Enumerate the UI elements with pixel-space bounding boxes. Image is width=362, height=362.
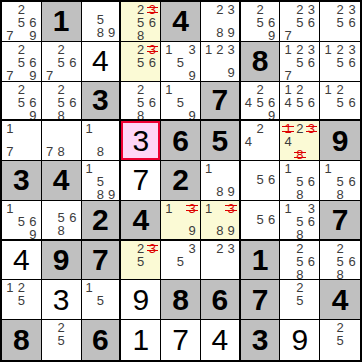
cell-r2c1[interactable]: 25679 (2, 42, 42, 82)
empty-mark (243, 16, 255, 29)
empty-mark (254, 29, 266, 42)
empty-mark (334, 29, 346, 39)
cell-r9c1[interactable]: 8 (2, 320, 42, 360)
pencil-marks: 78 (42, 121, 81, 160)
cell-r2c4[interactable]: 2356 (121, 42, 161, 82)
candidate-8: 8 (294, 228, 306, 241)
empty-mark (214, 56, 225, 66)
candidate-1: 1 (282, 43, 294, 56)
empty-mark (306, 83, 318, 96)
candidate-4: 4 (282, 135, 294, 148)
cell-r8c7[interactable]: 7 (241, 280, 281, 320)
cell-r6c8[interactable]: 13568 (280, 201, 320, 241)
candidate-8: 8 (334, 268, 346, 281)
candidate-9: 9 (106, 26, 117, 39)
candidate-5: 5 (95, 294, 106, 307)
candidate-6: 6 (147, 56, 159, 69)
empty-mark (203, 66, 214, 79)
candidate-9: 9 (225, 224, 236, 237)
cell-r7c5[interactable]: 35 (161, 241, 201, 281)
given-digit: 2 (92, 205, 109, 235)
pencil-marks: 56 (241, 161, 280, 200)
empty-mark (243, 3, 255, 16)
empty-mark (67, 347, 79, 358)
cell-r7c9[interactable]: 2568 (320, 241, 360, 281)
empty-mark (203, 242, 214, 255)
candidate-2: 2 (294, 83, 306, 96)
cell-r4c6[interactable]: 5 (201, 121, 241, 161)
empty-mark (44, 202, 56, 211)
empty-mark (282, 242, 294, 255)
cell-r3c4[interactable]: 2568 (121, 82, 161, 122)
empty-mark (55, 347, 67, 358)
pencil-marks: 1568 (320, 161, 360, 200)
pencil-marks: 2568 (42, 82, 81, 120)
candidate-1: 1 (282, 162, 294, 175)
empty-mark (123, 255, 135, 268)
cell-r9c6[interactable]: 4 (201, 320, 241, 360)
empty-mark (322, 255, 334, 268)
cell-r7c8[interactable]: 2568 (280, 241, 320, 281)
candidate-9: 9 (106, 188, 117, 201)
empty-mark (67, 83, 79, 96)
empty-mark (334, 347, 346, 358)
empty-mark (203, 26, 214, 39)
cell-r2c6[interactable]: 1239 (201, 42, 241, 82)
given-digit: 7 (252, 285, 269, 315)
empty-mark (306, 188, 318, 201)
eliminated-candidate-3: 3 (147, 242, 159, 255)
given-digit: 7 (92, 245, 109, 275)
cell-r3c2[interactable]: 2568 (42, 82, 82, 122)
cell-r8c3[interactable]: 15 (82, 280, 122, 320)
candidate-6: 6 (346, 56, 358, 69)
cell-r3c1[interactable]: 2569 (2, 82, 42, 122)
cell-r5c1[interactable]: 3 (2, 161, 42, 201)
cell-r7c4[interactable]: 235 (121, 241, 161, 281)
empty-mark (135, 268, 147, 278)
candidate-5: 5 (55, 56, 67, 69)
candidate-1: 1 (4, 122, 16, 135)
pencil-marks: 23567 (280, 2, 319, 41)
empty-mark (44, 321, 56, 334)
empty-mark (186, 268, 198, 278)
candidate-2: 2 (135, 83, 147, 96)
cell-r2c8[interactable]: 123567 (280, 42, 320, 82)
cell-r5c5[interactable]: 2 (161, 161, 201, 201)
cell-r9c9[interactable]: 25 (320, 320, 360, 360)
cell-r1c7[interactable]: 2569 (241, 2, 281, 42)
cell-r7c7[interactable]: 1 (241, 241, 281, 281)
candidate-2: 2 (294, 242, 306, 255)
cell-r9c7[interactable]: 3 (241, 320, 281, 360)
cell-r6c5[interactable]: 139 (161, 201, 201, 241)
pencil-marks: 1568 (280, 161, 319, 200)
candidate-5: 5 (16, 56, 28, 69)
cell-r9c3[interactable]: 6 (82, 320, 122, 360)
candidate-6: 6 (306, 16, 318, 29)
cell-r4c2[interactable]: 78 (42, 121, 82, 161)
empty-mark (4, 294, 16, 307)
empty-mark (123, 96, 135, 109)
candidate-2: 2 (334, 83, 346, 96)
cell-r4c3[interactable]: 18 (82, 121, 122, 161)
empty-mark (334, 109, 346, 118)
cell-r5c7[interactable]: 56 (241, 161, 281, 201)
cell-r1c5[interactable]: 4 (161, 2, 201, 42)
cell-r1c8[interactable]: 23567 (280, 2, 320, 42)
empty-mark (282, 228, 294, 241)
candidate-6: 6 (147, 16, 159, 29)
empty-mark (306, 294, 318, 307)
cell-r8c5[interactable]: 8 (161, 280, 201, 320)
candidate-1: 1 (203, 202, 214, 215)
empty-mark (322, 96, 334, 109)
empty-mark (67, 109, 79, 122)
empty-mark (334, 69, 346, 79)
candidate-6: 6 (147, 96, 159, 109)
empty-mark (44, 347, 56, 358)
pencil-marks: 25 (320, 320, 360, 360)
candidate-3: 3 (225, 242, 236, 255)
cell-r6c1[interactable]: 1569 (2, 201, 42, 241)
given-digit: 6 (172, 126, 189, 156)
cell-r1c9[interactable]: 2356 (320, 2, 360, 42)
cell-r1c6[interactable]: 2389 (201, 2, 241, 42)
empty-mark (322, 109, 334, 118)
empty-mark (346, 321, 358, 334)
empty-mark (84, 135, 95, 145)
empty-mark (123, 268, 135, 278)
candidate-9: 9 (27, 109, 39, 122)
cell-r8c2[interactable]: 3 (42, 280, 82, 320)
given-digit: 1 (53, 6, 70, 36)
empty-mark (16, 69, 28, 82)
empty-mark (282, 109, 294, 118)
empty-mark (306, 268, 318, 281)
empty-mark (16, 135, 28, 145)
pencil-marks: 25 (42, 320, 81, 360)
pencil-marks: 35 (161, 241, 200, 280)
pencil-marks: 568 (42, 201, 81, 239)
empty-mark (254, 186, 266, 197)
candidate-1: 1 (322, 83, 334, 96)
empty-mark (186, 255, 198, 268)
empty-mark (175, 109, 187, 122)
candidate-8: 8 (55, 109, 67, 122)
empty-mark (175, 202, 187, 215)
cell-r3c8[interactable]: 12456 (280, 82, 320, 122)
empty-mark (106, 135, 117, 145)
given-digit: 7 (211, 85, 228, 115)
candidate-1: 1 (4, 281, 16, 294)
candidate-2: 2 (16, 43, 28, 56)
pencil-marks: 24569 (241, 82, 280, 120)
empty-mark (306, 109, 318, 118)
pencil-marks: 25679 (2, 2, 41, 41)
candidate-7: 7 (4, 145, 16, 158)
pencil-marks: 125 (2, 280, 41, 319)
candidate-2: 2 (214, 242, 225, 255)
cell-r9c4[interactable]: 1 (121, 320, 161, 360)
candidate-5: 5 (175, 255, 187, 268)
empty-mark (243, 173, 255, 186)
candidate-1: 1 (84, 281, 95, 294)
candidate-8: 8 (334, 188, 346, 201)
cell-r8c8[interactable]: 25 (280, 280, 320, 320)
empty-mark (306, 29, 318, 42)
cell-r9c2[interactable]: 25 (42, 320, 82, 360)
given-digit: 8 (172, 285, 189, 315)
empty-mark (243, 213, 255, 226)
cell-r4c9[interactable]: 9 (320, 121, 360, 161)
empty-mark (27, 83, 39, 96)
empty-mark (186, 83, 198, 96)
given-digit: 3 (252, 325, 269, 355)
empty-mark (346, 242, 358, 255)
pencil-marks: 189 (201, 161, 239, 200)
empty-mark (254, 135, 266, 148)
cell-r4c4[interactable]: 3 (121, 121, 161, 161)
cell-r5c2[interactable]: 4 (42, 161, 82, 201)
candidate-5: 5 (294, 255, 306, 268)
cell-r6c4[interactable]: 4 (121, 201, 161, 241)
cell-r1c4[interactable]: 23568 (121, 2, 161, 42)
pencil-marks: 25679 (2, 42, 41, 81)
cell-r8c9[interactable]: 4 (320, 280, 360, 320)
candidate-5: 5 (16, 294, 28, 307)
empty-mark (243, 186, 255, 197)
empty-mark (306, 148, 318, 161)
pencil-marks: 2568 (320, 241, 360, 280)
pencil-marks: 2567 (42, 42, 81, 81)
given-digit: 4 (172, 6, 189, 36)
entered-digit: 3 (53, 285, 70, 315)
empty-mark (163, 56, 175, 69)
empty-mark (106, 162, 117, 175)
given-digit: 4 (132, 205, 149, 235)
empty-mark (44, 83, 56, 96)
empty-mark (147, 83, 159, 96)
candidate-6: 6 (306, 175, 318, 188)
empty-mark (55, 122, 67, 133)
cell-r2c7[interactable]: 8 (241, 42, 281, 82)
given-digit: 9 (53, 245, 70, 275)
given-digit: 5 (211, 126, 228, 156)
candidate-8: 8 (55, 224, 67, 237)
empty-mark (175, 83, 187, 96)
cell-r7c2[interactable]: 9 (42, 241, 82, 281)
empty-mark (163, 109, 175, 122)
candidate-1: 1 (322, 162, 334, 175)
cell-r4c1[interactable]: 17 (2, 121, 42, 161)
cell-r8c4[interactable]: 9 (121, 280, 161, 320)
given-digit: 2 (172, 165, 189, 195)
empty-mark (175, 224, 187, 237)
candidate-2: 2 (214, 3, 225, 16)
empty-mark (147, 268, 159, 278)
pencil-marks: 23568 (121, 2, 160, 41)
cell-r5c4[interactable]: 7 (121, 161, 161, 201)
cell-r4c5[interactable]: 6 (161, 121, 201, 161)
empty-mark (27, 202, 39, 215)
empty-mark (147, 29, 159, 42)
cell-r2c9[interactable]: 12356 (320, 42, 360, 82)
cell-r3c9[interactable]: 1256 (320, 82, 360, 122)
candidate-5: 5 (95, 13, 106, 26)
empty-mark (346, 347, 358, 358)
candidate-5: 5 (294, 96, 306, 109)
candidate-6: 6 (27, 56, 39, 69)
candidate-6: 6 (266, 96, 278, 109)
cell-r8c6[interactable]: 6 (201, 280, 241, 320)
pencil-marks: 2569 (241, 2, 280, 41)
empty-mark (322, 69, 334, 79)
candidate-9: 9 (27, 69, 39, 82)
candidate-1: 1 (163, 202, 175, 215)
candidate-6: 6 (266, 213, 278, 226)
cell-r6c2[interactable]: 568 (42, 201, 82, 241)
candidate-1: 1 (84, 162, 95, 175)
candidate-9: 9 (266, 29, 278, 42)
cell-r3c5[interactable]: 159 (161, 82, 201, 122)
candidate-5: 5 (16, 96, 28, 109)
empty-mark (322, 242, 334, 255)
cell-r5c3[interactable]: 1589 (82, 161, 122, 201)
cell-r9c8[interactable]: 9 (280, 320, 320, 360)
candidate-5: 5 (294, 56, 306, 69)
cell-r5c9[interactable]: 1568 (320, 161, 360, 201)
cell-r7c3[interactable]: 7 (82, 241, 122, 281)
candidate-2: 2 (55, 83, 67, 96)
entered-digit: 4 (13, 245, 30, 275)
cell-r6c9[interactable]: 7 (320, 201, 360, 241)
empty-mark (4, 96, 16, 109)
cell-r6c3[interactable]: 2 (82, 201, 122, 241)
empty-mark (84, 294, 95, 307)
cell-r8c1[interactable]: 125 (2, 280, 42, 320)
empty-mark (346, 268, 358, 281)
candidate-2: 2 (214, 43, 225, 56)
cell-r6c7[interactable]: 56 (241, 201, 281, 241)
empty-mark (147, 109, 159, 122)
cell-r1c2[interactable]: 1 (42, 2, 82, 42)
cell-r3c7[interactable]: 24569 (241, 82, 281, 122)
candidate-4: 4 (243, 96, 255, 109)
pencil-marks: 12456 (280, 82, 319, 120)
candidate-8: 8 (95, 26, 106, 39)
pencil-marks: 159 (161, 82, 200, 120)
cell-r3c6[interactable]: 7 (201, 82, 241, 122)
empty-mark (266, 83, 278, 96)
candidate-1: 1 (203, 43, 214, 56)
candidate-6: 6 (346, 175, 358, 188)
empty-mark (67, 224, 79, 237)
empty-mark (266, 122, 278, 135)
candidate-1: 1 (84, 122, 95, 135)
pencil-marks: 2389 (201, 2, 239, 41)
empty-mark (186, 96, 198, 109)
empty-mark (123, 56, 135, 69)
cell-r1c1[interactable]: 25679 (2, 2, 42, 42)
candidate-6: 6 (306, 56, 318, 69)
candidate-8: 8 (135, 29, 147, 42)
empty-mark (44, 211, 56, 224)
cell-r2c3[interactable]: 4 (82, 42, 122, 82)
empty-mark (175, 242, 187, 255)
empty-mark (84, 3, 95, 13)
candidate-2: 2 (334, 242, 346, 255)
empty-mark (67, 334, 79, 347)
empty-mark (95, 122, 106, 135)
cell-r7c1[interactable]: 4 (2, 241, 42, 281)
pencil-marks: 139 (161, 201, 200, 239)
cell-r2c2[interactable]: 2567 (42, 42, 82, 82)
candidate-1: 1 (282, 83, 294, 96)
empty-mark (322, 188, 334, 201)
empty-mark (203, 215, 214, 224)
empty-mark (306, 135, 318, 148)
cell-r4c7[interactable]: 24 (241, 121, 281, 161)
empty-mark (282, 188, 294, 201)
candidate-5: 5 (294, 294, 306, 307)
candidate-9: 9 (186, 224, 198, 237)
empty-mark (123, 83, 135, 96)
cell-r3c3[interactable]: 3 (82, 82, 122, 122)
cell-r4c8[interactable]: 12348 (280, 121, 320, 161)
given-digit: 3 (92, 85, 109, 115)
empty-mark (203, 224, 214, 237)
empty-mark (135, 69, 147, 79)
candidate-8: 8 (294, 268, 306, 281)
pencil-marks: 12356 (320, 42, 360, 81)
cell-r9c5[interactable]: 7 (161, 320, 201, 360)
cell-r6c6[interactable]: 1389 (201, 201, 241, 241)
candidate-2: 2 (55, 43, 67, 56)
empty-mark (294, 29, 306, 42)
empty-mark (243, 29, 255, 42)
empty-mark (44, 334, 56, 347)
empty-mark (346, 109, 358, 118)
candidate-5: 5 (55, 334, 67, 347)
empty-mark (225, 266, 236, 277)
candidate-5: 5 (334, 16, 346, 29)
given-digit: 8 (13, 325, 30, 355)
empty-mark (294, 307, 306, 317)
empty-mark (16, 145, 28, 158)
empty-mark (67, 43, 79, 56)
candidate-8: 8 (214, 26, 225, 39)
empty-mark (322, 29, 334, 39)
pencil-marks: 25 (280, 280, 319, 319)
candidate-5: 5 (16, 16, 28, 29)
candidate-5: 5 (55, 96, 67, 109)
candidate-6: 6 (306, 96, 318, 109)
cell-r1c3[interactable]: 589 (82, 2, 122, 42)
cell-r5c6[interactable]: 189 (201, 161, 241, 201)
cell-r7c6[interactable]: 23 (201, 241, 241, 281)
empty-mark (175, 215, 187, 224)
empty-mark (27, 281, 39, 294)
eliminated-candidate-3: 3 (225, 202, 236, 215)
candidate-5: 5 (294, 215, 306, 228)
pencil-marks: 1256 (320, 82, 360, 120)
cell-r2c5[interactable]: 1359 (161, 42, 201, 82)
cell-r5c8[interactable]: 1568 (280, 161, 320, 201)
candidate-6: 6 (27, 215, 39, 228)
candidate-8: 8 (214, 224, 225, 237)
candidate-3: 3 (225, 43, 236, 56)
